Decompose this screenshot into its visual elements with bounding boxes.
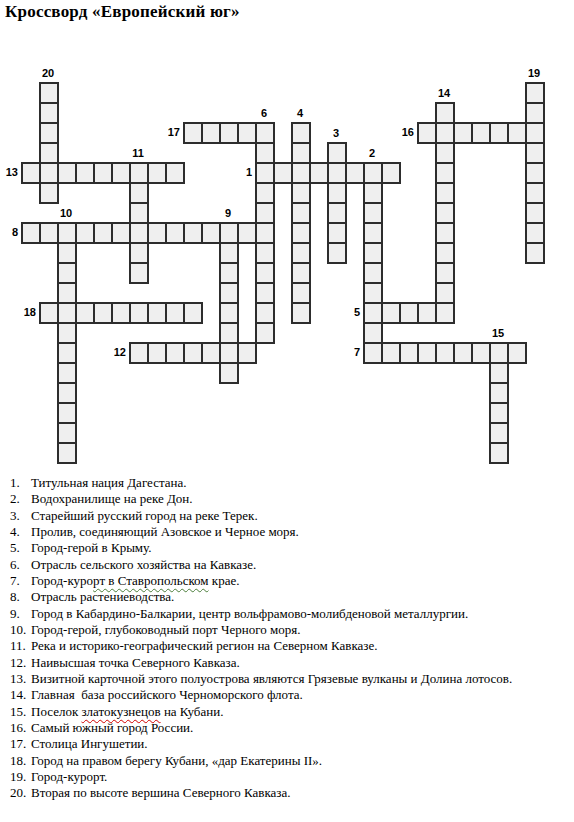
word-number-label: 8	[0, 226, 18, 239]
grid-cell[interactable]	[57, 222, 77, 244]
clue-number: 9.	[10, 606, 31, 622]
grid-cell[interactable]	[435, 282, 455, 304]
grid-cell[interactable]	[57, 322, 77, 344]
clue-text: Город на правом берегу Кубани, «дар Екат…	[31, 753, 322, 769]
grid-cell[interactable]	[363, 262, 383, 284]
grid-cell[interactable]	[93, 162, 113, 184]
clue-text: Город-герой в Крыму.	[31, 540, 152, 556]
grid-cell[interactable]	[165, 162, 185, 184]
grid-cell[interactable]	[39, 142, 59, 164]
word-number-label: 12	[86, 346, 126, 359]
clue-number: 15.	[10, 704, 31, 720]
grid-cell[interactable]	[93, 222, 113, 244]
grid-cell[interactable]	[525, 102, 545, 124]
word-number-label: 2	[357, 147, 387, 160]
grid-cell[interactable]	[435, 102, 455, 124]
grid-cell[interactable]	[381, 342, 401, 364]
grid-cell[interactable]	[75, 162, 95, 184]
grid-cell[interactable]	[327, 162, 347, 184]
clue-item: 7.Город-курорт в Ставропольском крае.	[10, 573, 566, 589]
clue-item: 15.Поселок златокузнецов на Кубани.	[10, 704, 566, 720]
clue-number: 20.	[10, 785, 31, 801]
grid-cell[interactable]	[507, 342, 527, 364]
grid-cell[interactable]	[57, 302, 77, 324]
grid-cell[interactable]	[291, 202, 311, 224]
grid-cell[interactable]	[237, 122, 257, 144]
clue-item: 18.Город на правом берегу Кубани, «дар Е…	[10, 753, 566, 769]
clue-number: 10.	[10, 622, 31, 638]
grid-cell[interactable]	[435, 182, 455, 204]
word-number-label: 13	[0, 166, 18, 179]
clue-item: 1.Титульная нация Дагестана.	[10, 475, 566, 491]
grid-cell[interactable]	[291, 282, 311, 304]
grid-cell[interactable]	[525, 122, 545, 144]
grid-cell[interactable]	[381, 302, 401, 324]
grid-cell[interactable]	[291, 242, 311, 264]
grid-cell[interactable]	[39, 182, 59, 204]
clue-number: 18.	[10, 753, 31, 769]
grid-cell[interactable]	[363, 222, 383, 244]
clue-number: 19.	[10, 769, 31, 785]
clue-item: 17.Столица Ингушетии.	[10, 736, 566, 752]
clue-text: Поселок златокузнецов на Кубани.	[31, 704, 223, 720]
grid-cell[interactable]	[39, 162, 59, 184]
grid-cell[interactable]	[147, 302, 167, 324]
grid-cell[interactable]	[75, 222, 95, 244]
grid-cell[interactable]	[255, 322, 275, 344]
clue-text: Главная база российского Черноморского ф…	[31, 687, 303, 703]
grid-cell[interactable]	[129, 262, 149, 284]
clue-text: Вторая по высоте вершина Северного Кавка…	[31, 785, 290, 801]
grid-cell[interactable]	[489, 442, 509, 464]
grid-cell[interactable]	[255, 302, 275, 324]
grid-cell[interactable]	[291, 302, 311, 324]
clue-text: Город в Кабардино-Балкарии, центр вольфр…	[31, 606, 468, 622]
clue-text: Старейший русский город на реке Терек.	[31, 508, 258, 524]
grid-cell[interactable]	[525, 82, 545, 104]
clue-text: Отрасль растениеводства.	[31, 589, 174, 605]
grid-cell[interactable]	[525, 162, 545, 184]
grid-cell[interactable]	[327, 182, 347, 204]
grid-cell[interactable]	[165, 222, 185, 244]
grid-cell[interactable]	[435, 222, 455, 244]
grid-cell[interactable]	[39, 102, 59, 124]
clue-number: 11.	[10, 638, 31, 654]
grid-cell[interactable]	[129, 302, 149, 324]
grid-cell[interactable]	[75, 302, 95, 324]
word-number-label: 10	[51, 207, 81, 220]
grid-cell[interactable]	[129, 242, 149, 264]
grid-cell[interactable]	[399, 302, 419, 324]
clue-number: 3.	[10, 508, 31, 524]
word-number-label: 5	[320, 306, 360, 319]
grid-cell[interactable]	[201, 342, 221, 364]
grid-cell[interactable]	[291, 182, 311, 204]
clue-item: 14.Главная база российского Черноморског…	[10, 687, 566, 703]
grid-cell[interactable]	[489, 342, 509, 364]
grid-cell[interactable]	[507, 122, 527, 144]
grid-cell[interactable]	[39, 302, 59, 324]
word-number-label: 20	[33, 67, 63, 80]
grid-cell[interactable]	[147, 222, 167, 244]
grid-cell[interactable]	[201, 122, 221, 144]
clue-item: 16.Самый южный город России.	[10, 720, 566, 736]
grid-cell[interactable]	[165, 342, 185, 364]
grid-cell[interactable]	[363, 282, 383, 304]
word-number-label: 7	[320, 346, 360, 359]
clue-text: Водохранилище на реке Дон.	[31, 491, 193, 507]
grid-cell[interactable]	[327, 242, 347, 264]
clue-item: 11.Река и историко-географический регион…	[10, 638, 566, 654]
grid-cell[interactable]	[381, 162, 401, 184]
clue-text: Город-курорт.	[31, 769, 107, 785]
word-number-label: 11	[123, 147, 153, 160]
grid-cell[interactable]	[291, 142, 311, 164]
grid-cell[interactable]	[363, 202, 383, 224]
grid-cell[interactable]	[489, 422, 509, 444]
clue-item: 6.Отрасль сельского хозяйства на Кавказе…	[10, 557, 566, 573]
clue-item: 19.Город-курорт.	[10, 769, 566, 785]
grid-cell[interactable]	[57, 262, 77, 284]
grid-cell[interactable]	[183, 222, 203, 244]
clue-text: Город-герой, глубоководный порт Черного …	[31, 622, 300, 638]
grid-cell[interactable]	[147, 162, 167, 184]
grid-cell[interactable]	[327, 222, 347, 244]
clue-number: 1.	[10, 475, 31, 491]
grid-cell[interactable]	[273, 162, 293, 184]
word-number-label: 3	[321, 127, 351, 140]
clue-item: 12.Наивысшая точка Северного Кавказа.	[10, 655, 566, 671]
grid-cell[interactable]	[183, 302, 203, 324]
clue-number: 16.	[10, 720, 31, 736]
grid-cell[interactable]	[435, 262, 455, 284]
grid-cell[interactable]	[111, 162, 131, 184]
word-number-label: 18	[0, 306, 36, 319]
clue-text: Река и историко-географический регион на…	[31, 638, 377, 654]
grid-cell[interactable]	[219, 302, 239, 324]
word-number-label: 4	[285, 107, 315, 120]
clue-number: 2.	[10, 491, 31, 507]
grid-cell[interactable]	[39, 222, 59, 244]
word-number-label: 1	[212, 166, 252, 179]
grid-cell[interactable]	[255, 262, 275, 284]
grid-cell[interactable]	[363, 322, 383, 344]
clue-list: 1.Титульная нация Дагестана.2.Водохранил…	[10, 475, 566, 802]
clue-text: Отрасль сельского хозяйства на Кавказе.	[31, 557, 256, 573]
grid-cell[interactable]	[111, 302, 131, 324]
grid-cell[interactable]	[489, 382, 509, 404]
clue-item: 9.Город в Кабардино-Балкарии, центр воль…	[10, 606, 566, 622]
grid-cell[interactable]	[363, 302, 383, 324]
grid-cell[interactable]	[57, 242, 77, 264]
grid-cell[interactable]	[525, 242, 545, 264]
grid-cell[interactable]	[453, 342, 473, 364]
grid-cell[interactable]	[129, 182, 149, 204]
word-number-label: 6	[249, 107, 279, 120]
clue-text: Столица Ингушетии.	[31, 736, 148, 752]
grid-cell[interactable]	[525, 222, 545, 244]
grid-cell[interactable]	[219, 362, 239, 384]
grid-cell[interactable]	[309, 162, 329, 184]
grid-cell[interactable]	[525, 142, 545, 164]
clue-item: 2.Водохранилище на реке Дон.	[10, 491, 566, 507]
grid-cell[interactable]	[93, 302, 113, 324]
word-number-label: 9	[213, 207, 243, 220]
clue-item: 20.Вторая по высоте вершина Северного Ка…	[10, 785, 566, 801]
grid-cell[interactable]	[255, 242, 275, 264]
word-number-label: 16	[374, 126, 414, 139]
grid-cell[interactable]	[435, 122, 455, 144]
grid-cell[interactable]	[489, 402, 509, 424]
grid-cell[interactable]	[255, 202, 275, 224]
clue-number: 7.	[10, 573, 31, 589]
grid-cell[interactable]	[363, 242, 383, 264]
grid-cell[interactable]	[435, 302, 455, 324]
grid-cell[interactable]	[291, 262, 311, 284]
clue-text: Самый южный город России.	[31, 720, 193, 736]
clue-number: 13.	[10, 671, 31, 687]
clue-text: Визитной карточной этого полуострова явл…	[31, 671, 512, 687]
grid-cell[interactable]	[129, 202, 149, 224]
grid-cell[interactable]	[219, 122, 239, 144]
grid-cell[interactable]	[417, 302, 437, 324]
grid-cell[interactable]	[219, 342, 239, 364]
grid-cell[interactable]	[165, 302, 185, 324]
grid-cell[interactable]	[327, 142, 347, 164]
clue-text: Наивысшая точка Северного Кавказа.	[31, 655, 240, 671]
grid-cell[interactable]	[129, 162, 149, 184]
clue-text: Город-курорт в Ставропольском крае.	[31, 573, 239, 589]
grid-cell[interactable]	[219, 322, 239, 344]
grid-cell[interactable]	[57, 362, 77, 384]
grid-cell[interactable]	[327, 202, 347, 224]
grid-cell[interactable]	[255, 142, 275, 164]
word-number-label: 19	[519, 67, 549, 80]
grid-cell[interactable]	[471, 122, 491, 144]
clue-number: 8.	[10, 589, 31, 605]
clue-number: 17.	[10, 736, 31, 752]
grid-cell[interactable]	[291, 222, 311, 244]
grid-cell[interactable]	[345, 162, 365, 184]
grid-cell[interactable]	[435, 202, 455, 224]
grid-cell[interactable]	[255, 162, 275, 184]
grid-cell[interactable]	[435, 142, 455, 164]
clue-item: 8.Отрасль растениеводства.	[10, 589, 566, 605]
grid-cell[interactable]	[489, 362, 509, 384]
grid-cell[interactable]	[471, 342, 491, 364]
grid-cell[interactable]	[525, 202, 545, 224]
clue-text: Пролив, соединяющий Азовское и Черное мо…	[31, 524, 299, 540]
grid-cell[interactable]	[39, 82, 59, 104]
clue-item: 5.Город-герой в Крыму.	[10, 540, 566, 556]
grid-cell[interactable]	[39, 122, 59, 144]
clue-number: 4.	[10, 524, 31, 540]
clue-number: 5.	[10, 540, 31, 556]
grid-cell[interactable]	[363, 342, 383, 364]
grid-cell[interactable]	[291, 162, 311, 184]
grid-cell[interactable]	[525, 182, 545, 204]
grid-cell[interactable]	[219, 282, 239, 304]
clue-item: 10.Город-герой, глубоководный порт Черно…	[10, 622, 566, 638]
grid-cell[interactable]	[21, 162, 41, 184]
grid-cell[interactable]	[57, 402, 77, 424]
word-number-label: 14	[429, 87, 459, 100]
grid-cell[interactable]	[489, 122, 509, 144]
grid-cell[interactable]	[57, 342, 77, 364]
grid-cell[interactable]	[183, 342, 203, 364]
grid-cell[interactable]	[129, 222, 149, 244]
clue-number: 14.	[10, 687, 31, 703]
clue-number: 12.	[10, 655, 31, 671]
grid-cell[interactable]	[237, 342, 257, 364]
grid-cell[interactable]	[111, 222, 131, 244]
grid-cell[interactable]	[417, 342, 437, 364]
grid-cell[interactable]	[255, 182, 275, 204]
grid-cell[interactable]	[237, 222, 257, 244]
grid-cell[interactable]	[435, 242, 455, 264]
grid-cell[interactable]	[57, 382, 77, 404]
grid-cell[interactable]	[399, 342, 419, 364]
word-number-label: 15	[483, 327, 513, 340]
grid-cell[interactable]	[219, 222, 239, 244]
grid-cell[interactable]	[435, 342, 455, 364]
grid-cell[interactable]	[255, 122, 275, 144]
clue-item: 4.Пролив, соединяющий Азовское и Черное …	[10, 524, 566, 540]
grid-cell[interactable]	[201, 222, 221, 244]
grid-cell[interactable]	[255, 222, 275, 244]
grid-cell[interactable]	[57, 422, 77, 444]
grid-cell[interactable]	[21, 222, 41, 244]
grid-cell[interactable]	[57, 282, 77, 304]
grid-cell[interactable]	[57, 162, 77, 184]
grid-cell[interactable]	[219, 262, 239, 284]
grid-cell[interactable]	[363, 162, 383, 184]
grid-cell[interactable]	[363, 182, 383, 204]
crossword-board: 1234567891011121314151617181920	[0, 0, 574, 470]
grid-cell[interactable]	[435, 162, 455, 184]
clue-text: Титульная нация Дагестана.	[31, 475, 187, 491]
grid-cell[interactable]	[453, 122, 473, 144]
grid-cell[interactable]	[219, 242, 239, 264]
grid-cell[interactable]	[147, 342, 167, 364]
grid-cell[interactable]	[57, 442, 77, 464]
clue-item: 13.Визитной карточной этого полуострова …	[10, 671, 566, 687]
grid-cell[interactable]	[183, 122, 203, 144]
grid-cell[interactable]	[129, 342, 149, 364]
grid-cell[interactable]	[255, 282, 275, 304]
word-number-label: 17	[140, 126, 180, 139]
clue-item: 3.Старейший русский город на реке Терек.	[10, 508, 566, 524]
grid-cell[interactable]	[291, 122, 311, 144]
clue-number: 6.	[10, 557, 31, 573]
grid-cell[interactable]	[417, 122, 437, 144]
